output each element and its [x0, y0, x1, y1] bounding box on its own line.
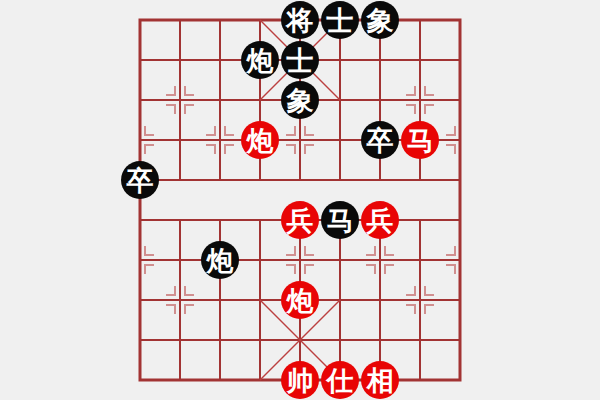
- piece-black-cannon[interactable]: 炮: [201, 241, 239, 279]
- piece-black-general[interactable]: 将: [281, 1, 319, 39]
- piece-black-pawn[interactable]: 卒: [121, 161, 159, 199]
- piece-black-pawn[interactable]: 卒: [361, 121, 399, 159]
- piece-red-advisor[interactable]: 仕: [321, 361, 359, 399]
- piece-red-horse[interactable]: 马: [401, 121, 439, 159]
- piece-black-advisor[interactable]: 士: [321, 1, 359, 39]
- piece-red-elephant[interactable]: 相: [361, 361, 399, 399]
- piece-black-elephant[interactable]: 象: [361, 1, 399, 39]
- piece-red-pawn[interactable]: 兵: [361, 201, 399, 239]
- xiangqi-board-page: 将士象炮士象炮卒马卒兵马兵炮炮帅仕相: [0, 0, 600, 400]
- piece-black-elephant[interactable]: 象: [281, 81, 319, 119]
- piece-red-general[interactable]: 帅: [281, 361, 319, 399]
- piece-black-advisor[interactable]: 士: [281, 41, 319, 79]
- piece-black-horse[interactable]: 马: [321, 201, 359, 239]
- pieces-layer: 将士象炮士象炮卒马卒兵马兵炮炮帅仕相: [0, 0, 600, 400]
- piece-red-cannon[interactable]: 炮: [241, 121, 279, 159]
- piece-red-cannon[interactable]: 炮: [281, 281, 319, 319]
- piece-red-pawn[interactable]: 兵: [281, 201, 319, 239]
- piece-black-cannon[interactable]: 炮: [241, 41, 279, 79]
